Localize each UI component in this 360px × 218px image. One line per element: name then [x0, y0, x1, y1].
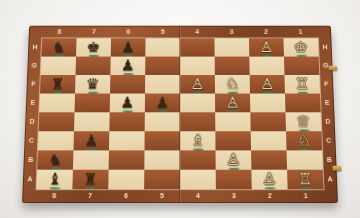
rank-label-6: 6 [108, 189, 144, 203]
piece-black-rook[interactable]: ♜ [72, 170, 108, 190]
square-d5[interactable] [145, 112, 180, 131]
rank-label-3: 3 [216, 189, 252, 203]
square-f8[interactable]: ♜ [40, 75, 76, 94]
file-label-a: A [23, 170, 38, 190]
square-h6[interactable]: ♟ [111, 38, 146, 56]
rank-label-7: 7 [77, 26, 112, 39]
square-a6[interactable] [108, 170, 144, 190]
piece-white-bishop[interactable]: ♗ [180, 131, 216, 150]
file-label-c: C [321, 131, 336, 150]
square-f7[interactable]: ♛ [75, 75, 110, 94]
rank-label-1: 1 [288, 189, 324, 203]
square-e1[interactable] [285, 94, 321, 113]
file-label-a: A [323, 170, 338, 190]
square-h8[interactable]: ♞ [41, 38, 76, 56]
rank-label-2: 2 [249, 26, 284, 39]
piece-black-bishop[interactable]: ♝ [37, 170, 73, 190]
piece-black-pawn[interactable]: ♟ [110, 94, 145, 113]
square-a1[interactable]: ♖ [287, 170, 323, 190]
square-f2[interactable]: ♙ [250, 75, 285, 94]
piece-black-king[interactable]: ♚ [76, 38, 111, 56]
square-e8[interactable] [39, 94, 75, 113]
square-h5[interactable] [145, 38, 180, 56]
rank-label-2: 2 [252, 189, 288, 203]
square-b3[interactable]: ♙ [216, 150, 252, 169]
square-h3[interactable] [214, 38, 249, 56]
square-c3[interactable] [215, 131, 251, 150]
file-label-f: F [26, 75, 40, 94]
rank-label-4: 4 [180, 189, 216, 203]
square-b2[interactable] [251, 150, 287, 169]
file-label-c: C [24, 131, 39, 150]
square-c7[interactable]: ♟ [73, 131, 109, 150]
square-e5[interactable]: ♟ [145, 94, 180, 113]
file-label-e: E [26, 94, 40, 113]
square-e6[interactable]: ♟ [110, 94, 145, 113]
piece-black-pawn[interactable]: ♟ [73, 131, 109, 150]
square-a5[interactable] [144, 170, 180, 190]
piece-white-queen[interactable]: ♕ [285, 112, 321, 131]
square-c5[interactable] [144, 131, 180, 150]
rank-label-7: 7 [72, 189, 108, 203]
piece-white-rook[interactable]: ♖ [284, 75, 320, 94]
piece-white-king[interactable]: ♔ [283, 38, 318, 56]
square-d4[interactable] [180, 112, 215, 131]
square-a7[interactable]: ♜ [72, 170, 108, 190]
square-g2[interactable] [249, 57, 284, 75]
square-f1[interactable]: ♖ [284, 75, 320, 94]
square-b7[interactable] [73, 150, 109, 169]
piece-white-knight[interactable]: ♘ [215, 75, 250, 94]
square-h1[interactable]: ♔ [283, 38, 318, 56]
square-d7[interactable] [74, 112, 110, 131]
piece-black-rook[interactable]: ♜ [40, 75, 76, 94]
file-label-d: D [321, 112, 335, 131]
square-b6[interactable] [109, 150, 145, 169]
square-a2[interactable]: ♙ [251, 170, 287, 190]
brass-clasp-icon [333, 166, 342, 171]
square-h7[interactable]: ♚ [76, 38, 111, 56]
piece-white-pawn[interactable]: ♙ [216, 150, 252, 169]
square-c4[interactable]: ♗ [180, 131, 216, 150]
rank-label-8: 8 [36, 189, 72, 203]
piece-white-pawn[interactable]: ♙ [180, 75, 215, 94]
square-g8[interactable] [41, 57, 76, 75]
square-e4[interactable] [180, 94, 215, 113]
square-g6[interactable]: ♟ [110, 57, 145, 75]
square-c2[interactable] [251, 131, 287, 150]
square-c8[interactable] [38, 131, 74, 150]
board-fold-seam [179, 26, 181, 203]
product-photo-scene: 87654321 87654321 HGFEDCBA HGFEDCBA ♞♚♟♙… [0, 0, 360, 218]
piece-white-pawn[interactable]: ♙ [251, 170, 287, 190]
square-d6[interactable] [109, 112, 145, 131]
chess-board-frame: 87654321 87654321 HGFEDCBA HGFEDCBA ♞♚♟♙… [22, 26, 338, 203]
piece-black-knight[interactable]: ♞ [37, 150, 73, 169]
square-g4[interactable] [180, 57, 215, 75]
file-label-f: F [319, 75, 333, 94]
square-f6[interactable] [110, 75, 145, 94]
file-label-h: H [28, 38, 42, 56]
square-c1[interactable]: ♘ [286, 131, 322, 150]
file-label-h: H [318, 38, 332, 56]
square-g1[interactable] [284, 57, 319, 75]
piece-white-rook[interactable]: ♖ [287, 170, 323, 190]
file-label-b: B [23, 150, 38, 169]
square-e2[interactable] [250, 94, 286, 113]
rank-label-6: 6 [111, 26, 146, 39]
square-g3[interactable] [215, 57, 250, 75]
piece-white-knight[interactable]: ♘ [286, 131, 322, 150]
square-f4[interactable]: ♙ [180, 75, 215, 94]
rank-label-8: 8 [42, 26, 77, 39]
square-g7[interactable] [76, 57, 111, 75]
square-g5[interactable] [145, 57, 180, 75]
file-label-d: D [25, 112, 39, 131]
square-a8[interactable]: ♝ [37, 170, 73, 190]
square-h4[interactable] [180, 38, 215, 56]
rank-label-5: 5 [144, 189, 180, 203]
piece-black-knight[interactable]: ♞ [41, 38, 76, 56]
square-d2[interactable] [250, 112, 286, 131]
square-f3[interactable]: ♘ [215, 75, 250, 94]
square-h2[interactable]: ♙ [249, 38, 284, 56]
square-c6[interactable] [109, 131, 145, 150]
rank-label-3: 3 [214, 26, 249, 39]
square-e7[interactable] [75, 94, 111, 113]
brass-clasp-icon [329, 66, 338, 71]
square-a4[interactable] [180, 170, 216, 190]
square-d1[interactable]: ♕ [285, 112, 321, 131]
square-b1[interactable] [287, 150, 323, 169]
square-e3[interactable]: ♙ [215, 94, 250, 113]
piece-black-queen[interactable]: ♛ [75, 75, 110, 94]
piece-black-pawn[interactable]: ♟ [145, 94, 180, 113]
square-b5[interactable] [144, 150, 180, 169]
piece-black-pawn[interactable]: ♟ [110, 57, 145, 75]
square-f5[interactable] [145, 75, 180, 94]
piece-white-pawn[interactable]: ♙ [249, 38, 284, 56]
piece-black-pawn[interactable]: ♟ [111, 38, 146, 56]
rank-label-5: 5 [146, 26, 180, 39]
square-a3[interactable] [216, 170, 252, 190]
piece-white-pawn[interactable]: ♙ [250, 75, 285, 94]
file-label-e: E [320, 94, 334, 113]
rank-label-4: 4 [180, 26, 214, 39]
square-b4[interactable] [180, 150, 216, 169]
file-label-g: G [27, 57, 41, 75]
square-d3[interactable] [215, 112, 251, 131]
square-b8[interactable]: ♞ [37, 150, 73, 169]
square-d8[interactable] [39, 112, 75, 131]
piece-white-pawn[interactable]: ♙ [215, 94, 250, 113]
rank-label-1: 1 [283, 26, 318, 39]
